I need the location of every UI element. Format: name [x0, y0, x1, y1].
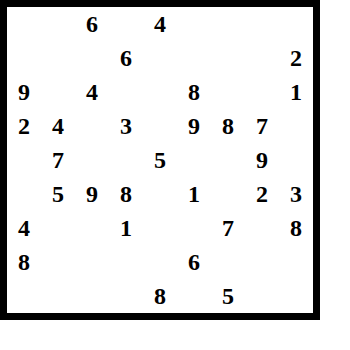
cell-r2c1[interactable]	[7, 41, 43, 77]
cell-r7c9[interactable]: 8	[279, 211, 313, 247]
cell-r9c8[interactable]	[245, 279, 281, 313]
cell-r2c2[interactable]	[41, 41, 77, 77]
cell-r4c7[interactable]: 8	[211, 109, 247, 145]
cell-r9c9[interactable]	[279, 279, 313, 313]
cell-r4c1[interactable]: 2	[7, 109, 43, 145]
cell-r7c7[interactable]: 7	[211, 211, 247, 247]
cell-r1c1[interactable]	[7, 7, 43, 43]
cell-r1c2[interactable]	[41, 7, 77, 43]
cell-r4c5[interactable]	[143, 109, 179, 145]
cell-r7c4[interactable]: 1	[109, 211, 145, 247]
cell-r7c5[interactable]	[143, 211, 179, 247]
cell-r4c9[interactable]	[279, 109, 313, 145]
cell-r5c1[interactable]	[7, 143, 43, 179]
cell-r5c8[interactable]: 9	[245, 143, 281, 179]
cell-r5c9[interactable]	[279, 143, 313, 179]
cell-r4c2[interactable]: 4	[41, 109, 77, 145]
cell-r2c9[interactable]: 2	[279, 41, 313, 77]
cell-r2c7[interactable]	[211, 41, 247, 77]
cell-r9c2[interactable]	[41, 279, 77, 313]
cell-r5c2[interactable]: 7	[41, 143, 77, 179]
cell-r9c1[interactable]	[7, 279, 43, 313]
cell-r8c7[interactable]	[211, 245, 247, 281]
cell-r4c4[interactable]: 3	[109, 109, 145, 145]
cell-r9c4[interactable]	[109, 279, 145, 313]
cell-r1c4[interactable]	[109, 7, 145, 43]
cell-r2c5[interactable]	[143, 41, 179, 77]
cell-r5c5[interactable]: 5	[143, 143, 179, 179]
cell-r5c4[interactable]	[109, 143, 145, 179]
cell-r8c8[interactable]	[245, 245, 281, 281]
cell-r7c2[interactable]	[41, 211, 77, 247]
cell-r5c7[interactable]	[211, 143, 247, 179]
cell-r1c7[interactable]	[211, 7, 247, 43]
cell-r1c8[interactable]	[245, 7, 281, 43]
cell-r8c5[interactable]	[143, 245, 179, 281]
cell-r1c9[interactable]	[279, 7, 313, 43]
sudoku-board: 6462948124398775959812341788685	[0, 0, 320, 320]
cell-r2c4[interactable]: 6	[109, 41, 145, 77]
cell-r7c8[interactable]	[245, 211, 281, 247]
cell-r2c8[interactable]	[245, 41, 281, 77]
cell-r8c9[interactable]	[279, 245, 313, 281]
cell-r8c4[interactable]	[109, 245, 145, 281]
cell-r7c1[interactable]: 4	[7, 211, 43, 247]
cell-r1c5[interactable]: 4	[143, 7, 179, 43]
cell-r8c2[interactable]	[41, 245, 77, 281]
cell-r9c5[interactable]: 8	[143, 279, 179, 313]
cell-r4c8[interactable]: 7	[245, 109, 281, 145]
cell-r8c1[interactable]: 8	[7, 245, 43, 281]
cell-r9c7[interactable]: 5	[211, 279, 247, 313]
